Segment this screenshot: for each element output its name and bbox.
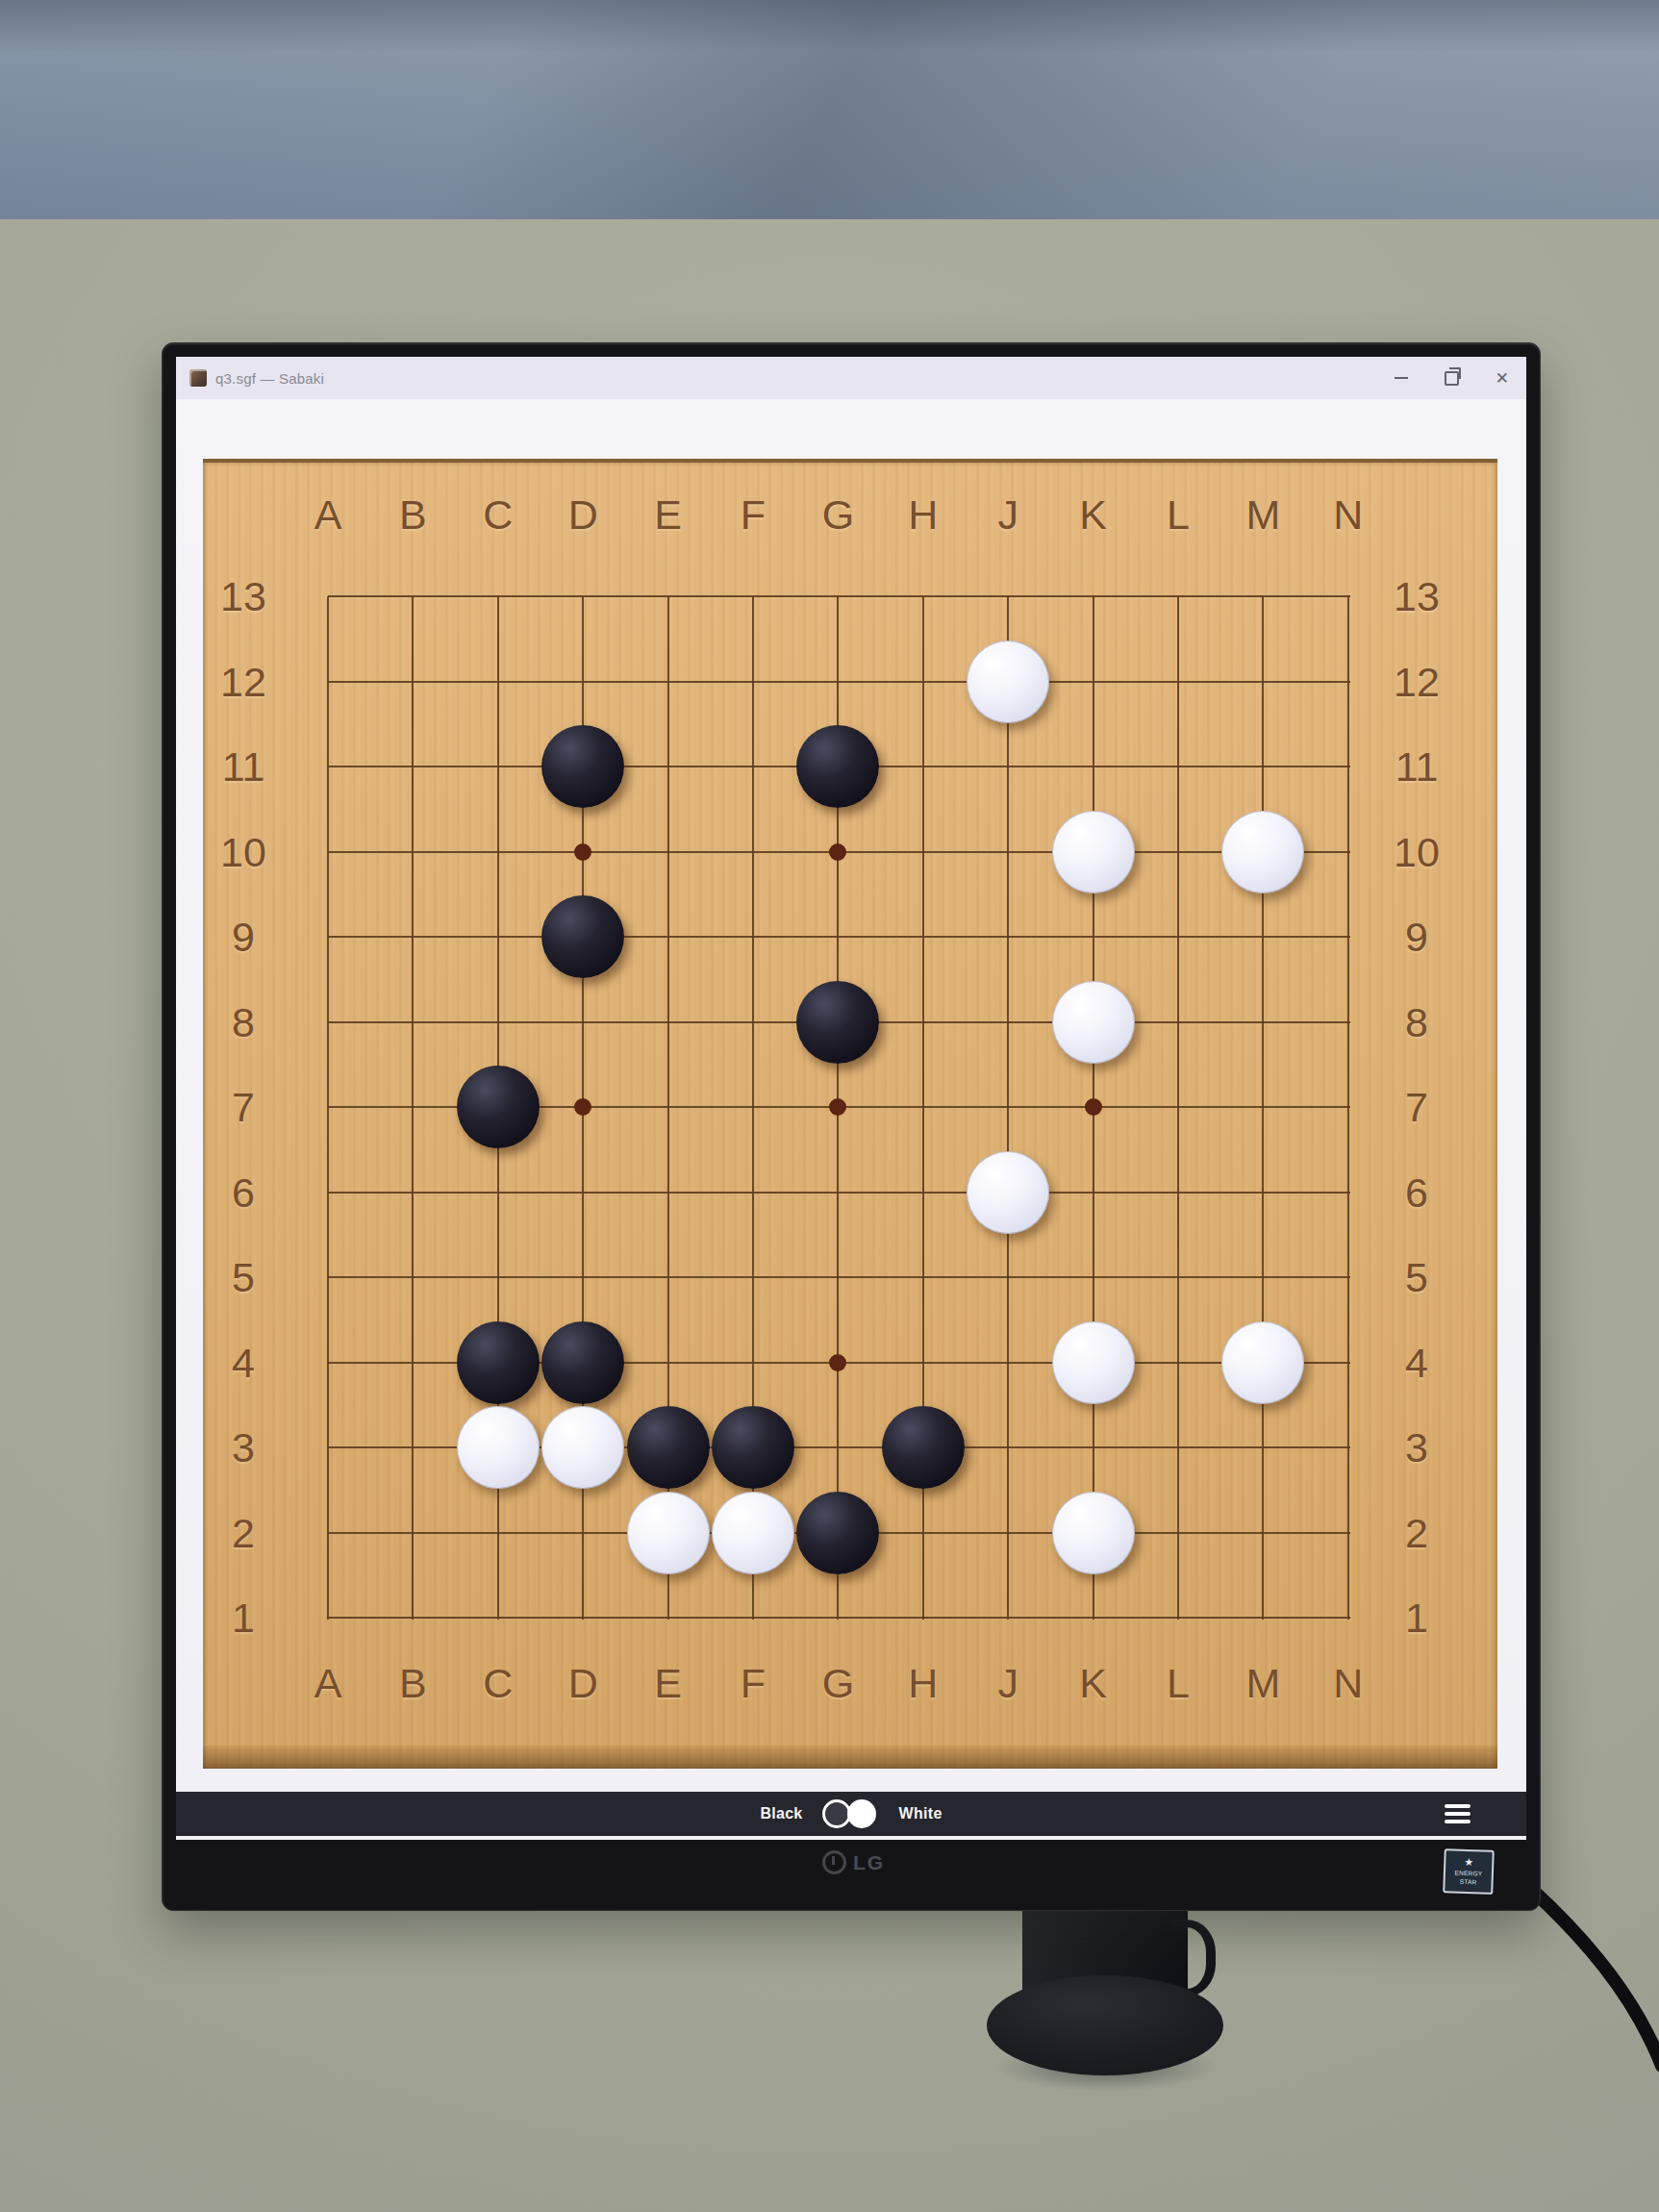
coord-letter-bottom: G [822,1660,854,1707]
black-stone[interactable] [796,1492,879,1574]
coord-letter-bottom: J [997,1660,1018,1707]
coord-letter-top: C [483,491,513,539]
energy-star-icon: ★ [1464,1857,1473,1868]
energy-star-text: ENERGY STAR [1445,1870,1493,1887]
coord-number-right: 3 [1405,1424,1428,1471]
coord-letter-bottom: K [1079,1660,1107,1707]
coord-letter-bottom: E [654,1660,682,1707]
coord-number-right: 11 [1395,743,1439,791]
coord-number-left: 6 [232,1169,255,1216]
coord-letter-top: H [908,491,938,539]
coord-number-left: 4 [232,1339,255,1386]
energy-star-sticker: ★ ENERGY STAR [1443,1848,1495,1895]
coord-number-left: 13 [220,573,266,620]
coord-number-right: 5 [1405,1254,1428,1301]
coord-number-right: 8 [1405,998,1428,1045]
coord-letter-top: E [654,491,682,539]
star-point [829,843,846,861]
menu-hamburger-icon[interactable] [1445,1804,1470,1823]
photo-scene: { "window": { "title": "q3.sgf — Sabaki"… [0,0,1659,2212]
white-player-label: White [899,1805,943,1822]
grid-line-vertical [327,596,329,1620]
coord-letter-top: G [822,491,854,539]
lg-logo: LG [822,1850,885,1874]
coord-number-right: 4 [1405,1339,1428,1386]
star-point [829,1354,846,1371]
black-stone[interactable] [457,1321,540,1404]
coord-letter-top: J [997,491,1018,539]
grid-line-vertical [1007,596,1009,1620]
white-stone[interactable] [1052,981,1135,1064]
window-controls: ✕ [1395,357,1509,399]
star-point [829,1098,846,1116]
white-stone[interactable] [1052,811,1135,893]
coord-letter-bottom: C [483,1660,513,1707]
coord-letter-bottom: N [1333,1660,1363,1707]
monitor-stand-base [987,1975,1223,2075]
black-stone[interactable] [541,1321,624,1404]
white-stone[interactable] [712,1492,794,1574]
black-stone[interactable] [541,725,624,808]
minimize-button[interactable] [1395,377,1408,379]
white-stone[interactable] [457,1406,540,1489]
coord-number-left: 12 [220,658,266,705]
restore-button[interactable] [1445,371,1459,386]
lg-logo-text: LG [853,1851,885,1874]
coord-number-left: 7 [232,1084,255,1131]
coord-letter-bottom: B [399,1660,427,1707]
coord-number-right: 12 [1394,658,1440,705]
sabaki-app-icon [189,369,207,387]
grid-line-horizontal [328,1617,1350,1619]
grid-line-vertical [412,596,414,1620]
black-stone[interactable] [712,1406,794,1489]
go-board[interactable]: AABBCCDDEEFFGGHHJJKKLLMMNN13131212111110… [203,459,1497,1769]
coord-number-left: 11 [222,743,265,791]
star-point [574,1098,591,1116]
coord-number-right: 13 [1394,573,1440,620]
black-stone[interactable] [796,981,879,1064]
coord-letter-top: K [1079,491,1107,539]
screen: q3.sgf — Sabaki ✕ AABBCCDDEEFFGGHHJJKKLL… [176,357,1526,1840]
coord-letter-top: D [568,491,598,539]
coord-number-left: 3 [232,1424,255,1471]
coord-number-left: 1 [232,1595,255,1642]
coord-letter-top: N [1333,491,1363,539]
black-stone[interactable] [796,725,879,808]
coord-letter-top: F [741,491,766,539]
star-point [1085,1098,1102,1116]
white-stone[interactable] [1221,811,1304,893]
lg-logo-icon [822,1850,846,1874]
bottom-toolbar: Black White [176,1792,1526,1836]
coord-letter-bottom: H [908,1660,938,1707]
coord-letter-bottom: M [1245,1660,1280,1707]
toggle-white-knob-icon [847,1799,876,1828]
coord-number-right: 7 [1405,1084,1428,1131]
white-stone[interactable] [627,1492,710,1574]
coord-number-left: 2 [232,1509,255,1556]
monitor: q3.sgf — Sabaki ✕ AABBCCDDEEFFGGHHJJKKLL… [162,342,1541,1911]
coord-number-left: 8 [232,998,255,1045]
white-stone[interactable] [967,641,1049,723]
close-button[interactable]: ✕ [1496,370,1509,387]
cable-loop [1171,1920,1216,1997]
coord-number-left: 9 [232,914,255,961]
black-player-label: Black [760,1805,802,1822]
coord-letter-top: A [314,491,342,539]
coord-letter-bottom: L [1167,1660,1190,1707]
black-stone[interactable] [541,895,624,978]
white-stone[interactable] [967,1151,1049,1234]
coord-number-right: 9 [1405,914,1428,961]
coord-letter-top: B [399,491,427,539]
window-title: q3.sgf — Sabaki [215,370,324,387]
grid-line-horizontal [328,595,1350,597]
coord-letter-top: M [1245,491,1280,539]
window-titlebar[interactable]: q3.sgf — Sabaki ✕ [176,357,1526,399]
grid-line-horizontal [328,681,1350,683]
grid-line-vertical [1262,596,1264,1620]
coord-number-left: 10 [220,828,266,875]
white-stone[interactable] [1221,1321,1304,1404]
white-stone[interactable] [1052,1321,1135,1404]
white-stone[interactable] [1052,1492,1135,1574]
coord-number-right: 1 [1405,1595,1428,1642]
grid-line-horizontal [328,936,1350,938]
player-color-toggle[interactable] [822,1798,880,1829]
grid-line-horizontal [328,1192,1350,1194]
desk-surface [0,0,1659,219]
coord-letter-bottom: A [314,1660,342,1707]
coord-number-right: 10 [1394,828,1440,875]
coord-letter-bottom: F [741,1660,766,1707]
coord-number-right: 6 [1405,1169,1428,1216]
star-point [574,843,591,861]
white-stone[interactable] [541,1406,624,1489]
black-stone[interactable] [457,1066,540,1148]
coord-letter-bottom: D [568,1660,598,1707]
grid-line-vertical [1347,596,1349,1620]
coord-letter-top: L [1167,491,1190,539]
black-stone[interactable] [882,1406,965,1489]
coord-number-right: 2 [1405,1509,1428,1556]
grid-line-vertical [1177,596,1179,1620]
black-stone[interactable] [627,1406,710,1489]
grid-line-horizontal [328,1276,1350,1278]
coord-number-left: 5 [232,1254,255,1301]
